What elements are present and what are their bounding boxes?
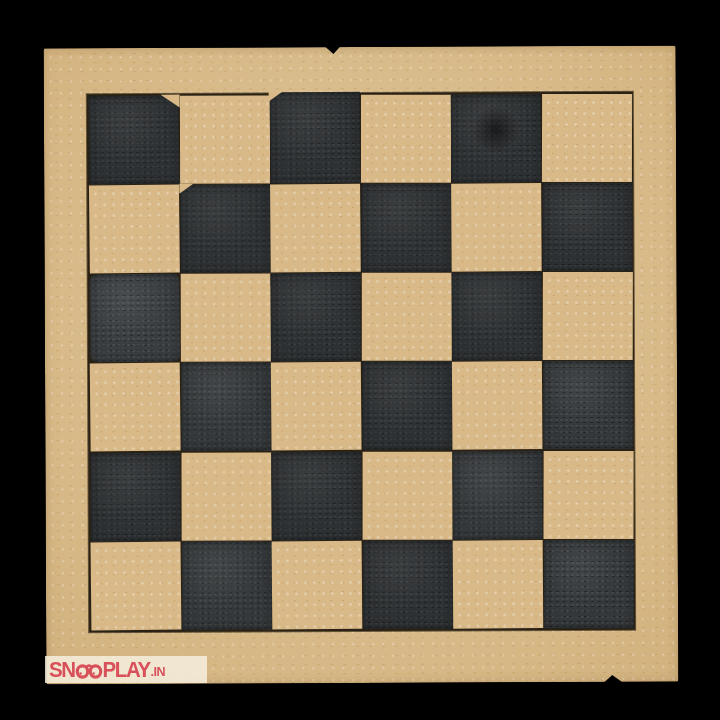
square-r3c2[interactable] bbox=[180, 274, 270, 362]
square-r3c6[interactable] bbox=[542, 272, 632, 360]
brand-watermark: SN PLAY .IN bbox=[45, 656, 207, 683]
square-r6c5[interactable] bbox=[453, 540, 543, 629]
brand-text-suffix: .IN bbox=[151, 665, 166, 681]
board-grid bbox=[87, 92, 635, 632]
square-r2c6[interactable] bbox=[542, 183, 632, 271]
square-r3c4[interactable] bbox=[361, 273, 451, 361]
square-r5c6[interactable] bbox=[543, 451, 633, 539]
brand-logo: SN PLAY .IN bbox=[49, 659, 165, 681]
square-r6c6[interactable] bbox=[543, 540, 633, 628]
square-r2c2[interactable] bbox=[180, 185, 270, 273]
square-r4c3[interactable] bbox=[271, 362, 361, 451]
square-r1c2[interactable] bbox=[179, 95, 269, 183]
brand-text-sn: SN bbox=[49, 659, 75, 681]
square-r1c5[interactable] bbox=[451, 94, 541, 183]
square-r3c1[interactable] bbox=[89, 274, 179, 363]
square-r5c3[interactable] bbox=[271, 451, 361, 540]
square-r1c6[interactable] bbox=[541, 94, 631, 182]
square-r4c2[interactable] bbox=[181, 363, 271, 451]
square-r1c3[interactable] bbox=[270, 92, 360, 184]
square-r5c1[interactable] bbox=[90, 452, 180, 541]
square-r2c1[interactable] bbox=[89, 185, 179, 274]
square-r6c2[interactable] bbox=[181, 541, 271, 629]
square-r4c5[interactable] bbox=[452, 362, 542, 451]
square-r4c4[interactable] bbox=[362, 362, 452, 450]
game-board bbox=[44, 46, 679, 685]
brand-text-play: PLAY bbox=[103, 659, 150, 681]
product-photo: SN PLAY .IN bbox=[0, 0, 720, 720]
square-r5c5[interactable] bbox=[452, 451, 542, 540]
square-r1c4[interactable] bbox=[361, 95, 451, 183]
square-r4c1[interactable] bbox=[90, 363, 180, 452]
square-r6c4[interactable] bbox=[362, 541, 452, 629]
square-r2c4[interactable] bbox=[361, 184, 451, 272]
square-r4c6[interactable] bbox=[543, 361, 633, 449]
square-r2c5[interactable] bbox=[451, 183, 541, 272]
square-r6c3[interactable] bbox=[272, 541, 362, 630]
square-r3c3[interactable] bbox=[270, 273, 360, 362]
square-r1c1[interactable] bbox=[89, 96, 179, 185]
square-r5c2[interactable] bbox=[181, 452, 271, 540]
oo-glasses-icon bbox=[74, 662, 104, 680]
square-r3c5[interactable] bbox=[452, 272, 542, 361]
square-r6c1[interactable] bbox=[90, 541, 180, 630]
square-r2c3[interactable] bbox=[270, 184, 360, 273]
frame-chip bbox=[325, 46, 341, 54]
square-r5c4[interactable] bbox=[362, 451, 452, 539]
frame-chip bbox=[602, 675, 624, 684]
